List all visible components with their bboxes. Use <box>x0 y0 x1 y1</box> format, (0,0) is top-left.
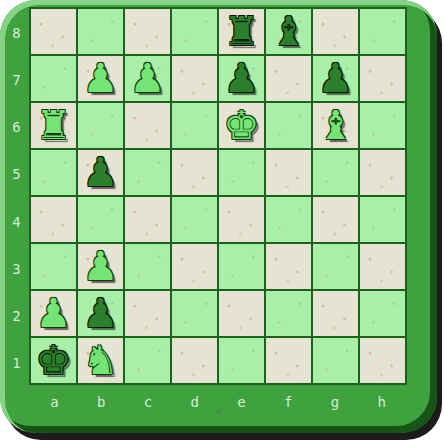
square-a6[interactable]: ♜ <box>31 103 76 148</box>
square-b3[interactable]: ♟ <box>78 244 123 289</box>
square-b1[interactable]: ♞ <box>78 338 123 383</box>
file-labels: abcdefgh <box>31 392 405 412</box>
rank-label-3: 3 <box>4 245 29 292</box>
square-c7[interactable]: ♟ <box>125 56 170 101</box>
square-c5[interactable] <box>125 150 170 195</box>
rank-label-4: 4 <box>4 198 29 245</box>
square-d5[interactable] <box>172 150 217 195</box>
square-c4[interactable] <box>125 197 170 242</box>
square-a7[interactable] <box>31 56 76 101</box>
square-e7[interactable]: ♟ <box>219 56 264 101</box>
white-pawn-a2[interactable]: ♟ <box>36 291 72 336</box>
square-a2[interactable]: ♟ <box>31 291 76 336</box>
file-label-g: g <box>312 392 359 412</box>
square-h4[interactable] <box>360 197 405 242</box>
rank-labels: 87654321 <box>4 9 29 387</box>
square-h5[interactable] <box>360 150 405 195</box>
square-e5[interactable] <box>219 150 264 195</box>
square-b7[interactable]: ♟ <box>78 56 123 101</box>
square-d7[interactable] <box>172 56 217 101</box>
square-e1[interactable] <box>219 338 264 383</box>
white-pawn-b3[interactable]: ♟ <box>83 244 119 289</box>
square-d8[interactable] <box>172 9 217 54</box>
square-e2[interactable] <box>219 291 264 336</box>
square-f6[interactable] <box>266 103 311 148</box>
square-h8[interactable] <box>360 9 405 54</box>
file-label-d: d <box>171 392 218 412</box>
square-h1[interactable] <box>360 338 405 383</box>
square-c2[interactable] <box>125 291 170 336</box>
square-f1[interactable] <box>266 338 311 383</box>
rank-label-8: 8 <box>4 9 29 56</box>
square-h6[interactable] <box>360 103 405 148</box>
chessboard-window: 87654321 ♜♝♟♟♟♟♜♚♝♟♟♟♟♚♞ abcdefgh <box>0 0 444 442</box>
square-e4[interactable] <box>219 197 264 242</box>
rank-label-2: 2 <box>4 293 29 340</box>
square-d2[interactable] <box>172 291 217 336</box>
square-b2[interactable]: ♟ <box>78 291 123 336</box>
square-e8[interactable]: ♜ <box>219 9 264 54</box>
rank-label-1: 1 <box>4 340 29 387</box>
square-d4[interactable] <box>172 197 217 242</box>
file-label-b: b <box>78 392 125 412</box>
rank-label-7: 7 <box>4 56 29 103</box>
square-h7[interactable] <box>360 56 405 101</box>
black-king-a1[interactable]: ♚ <box>36 338 72 383</box>
square-c8[interactable] <box>125 9 170 54</box>
square-a3[interactable] <box>31 244 76 289</box>
rank-label-6: 6 <box>4 104 29 151</box>
square-f3[interactable] <box>266 244 311 289</box>
square-a4[interactable] <box>31 197 76 242</box>
white-pawn-b7[interactable]: ♟ <box>83 56 119 101</box>
square-c3[interactable] <box>125 244 170 289</box>
board: ♜♝♟♟♟♟♜♚♝♟♟♟♟♚♞ <box>29 7 407 385</box>
file-label-f: f <box>265 392 312 412</box>
square-c1[interactable] <box>125 338 170 383</box>
square-a1[interactable]: ♚ <box>31 338 76 383</box>
black-pawn-g7[interactable]: ♟ <box>318 56 354 101</box>
square-b8[interactable] <box>78 9 123 54</box>
white-pawn-c7[interactable]: ♟ <box>130 56 166 101</box>
square-d6[interactable] <box>172 103 217 148</box>
black-pawn-e7[interactable]: ♟ <box>224 56 260 101</box>
square-f2[interactable] <box>266 291 311 336</box>
black-pawn-b5[interactable]: ♟ <box>83 150 119 195</box>
square-g2[interactable] <box>313 291 358 336</box>
white-rook-a6[interactable]: ♜ <box>36 103 72 148</box>
square-a5[interactable] <box>31 150 76 195</box>
white-king-e6[interactable]: ♚ <box>224 103 260 148</box>
black-pawn-b2[interactable]: ♟ <box>83 291 119 336</box>
black-bishop-f8[interactable]: ♝ <box>271 9 307 54</box>
square-f7[interactable] <box>266 56 311 101</box>
square-f8[interactable]: ♝ <box>266 9 311 54</box>
rank-label-5: 5 <box>4 151 29 198</box>
file-label-h: h <box>358 392 405 412</box>
file-label-a: a <box>31 392 78 412</box>
square-f5[interactable] <box>266 150 311 195</box>
square-e3[interactable] <box>219 244 264 289</box>
white-bishop-g6[interactable]: ♝ <box>318 103 354 148</box>
file-label-e: e <box>218 392 265 412</box>
square-h3[interactable] <box>360 244 405 289</box>
square-b5[interactable]: ♟ <box>78 150 123 195</box>
black-rook-e8[interactable]: ♜ <box>224 9 260 54</box>
square-b6[interactable] <box>78 103 123 148</box>
square-g6[interactable]: ♝ <box>313 103 358 148</box>
square-h2[interactable] <box>360 291 405 336</box>
square-e6[interactable]: ♚ <box>219 103 264 148</box>
square-g3[interactable] <box>313 244 358 289</box>
square-d3[interactable] <box>172 244 217 289</box>
square-g1[interactable] <box>313 338 358 383</box>
square-f4[interactable] <box>266 197 311 242</box>
square-b4[interactable] <box>78 197 123 242</box>
file-label-c: c <box>125 392 172 412</box>
square-a8[interactable] <box>31 9 76 54</box>
square-g4[interactable] <box>313 197 358 242</box>
square-c6[interactable] <box>125 103 170 148</box>
square-g5[interactable] <box>313 150 358 195</box>
square-g7[interactable]: ♟ <box>313 56 358 101</box>
square-d1[interactable] <box>172 338 217 383</box>
white-knight-b1[interactable]: ♞ <box>83 338 119 383</box>
square-g8[interactable] <box>313 9 358 54</box>
